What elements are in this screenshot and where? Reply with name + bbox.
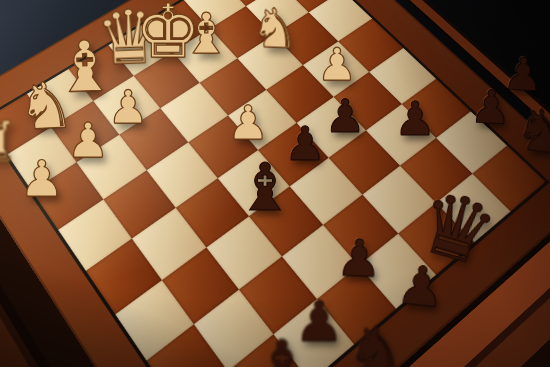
- piece-white-p-a2[interactable]: ♟: [20, 154, 65, 204]
- piece-black-p-f5[interactable]: ♟: [324, 93, 365, 139]
- piece-white-p-b2[interactable]: ♟: [66, 116, 109, 164]
- pieces-layer: ♜♞♝♛♚♝♞♟♟♟♟♟♟♟♟♟♞♟♝♛♟♟♟♞♝: [0, 0, 550, 367]
- piece-white-p-e4[interactable]: ♟: [227, 99, 269, 146]
- piece-white-b-f1[interactable]: ♝: [181, 6, 231, 62]
- piece-black-p-h5[interactable]: ♟: [502, 51, 545, 98]
- piece-black-p-d7[interactable]: ♟: [335, 232, 382, 285]
- piece-black-n-c7[interactable]: ♞: [343, 316, 409, 367]
- piece-black-n-g7[interactable]: ♞: [512, 99, 550, 162]
- piece-black-b-b7[interactable]: ♝: [252, 332, 311, 367]
- piece-white-n-f2[interactable]: ♞: [250, 1, 300, 57]
- piece-black-p-g6[interactable]: ♟: [394, 95, 436, 142]
- piece-white-p-g4[interactable]: ♟: [317, 42, 357, 87]
- chess-board-photo: ♜♞♝♛♚♝♞♟♟♟♟♟♟♟♟♟♞♟♝♛♟♟♟♞♝: [0, 0, 550, 367]
- piece-black-p-e6[interactable]: ♟: [394, 258, 448, 317]
- piece-black-b-c5[interactable]: ♝: [235, 155, 294, 221]
- piece-white-r-a1[interactable]: ♜: [0, 114, 19, 170]
- piece-white-p-c2[interactable]: ♟: [107, 84, 148, 130]
